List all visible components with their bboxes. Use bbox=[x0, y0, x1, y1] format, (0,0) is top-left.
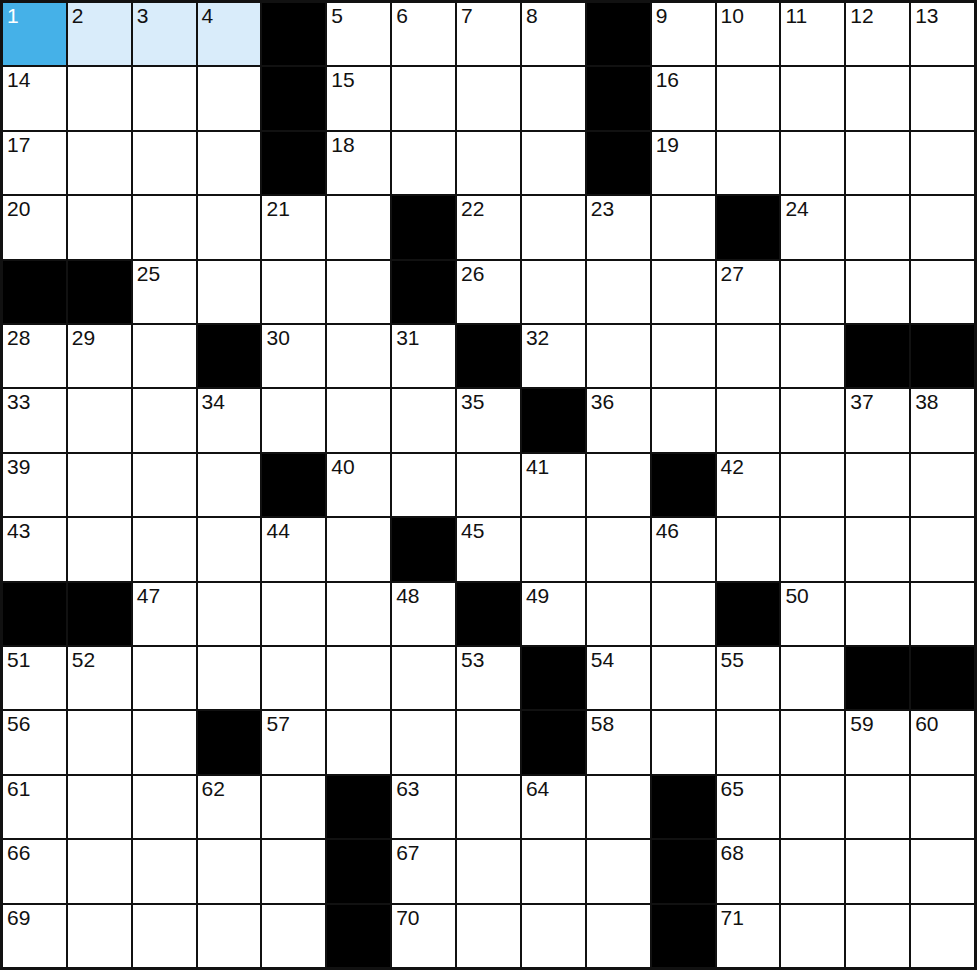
black-cell-3-5 bbox=[262, 132, 325, 194]
cell-7-5[interactable] bbox=[262, 389, 325, 451]
cell-6-10[interactable] bbox=[587, 325, 650, 387]
clue-number: 56 bbox=[7, 712, 30, 736]
cell-4-13[interactable]: 24 bbox=[781, 196, 844, 258]
cell-14-3[interactable] bbox=[133, 840, 196, 902]
cell-7-7[interactable] bbox=[392, 389, 455, 451]
cell-10-3[interactable]: 47 bbox=[133, 583, 196, 645]
black-cell-13-6 bbox=[327, 776, 390, 838]
clue-number: 70 bbox=[396, 906, 419, 930]
clue-number: 41 bbox=[526, 455, 549, 479]
cell-10-9[interactable]: 49 bbox=[522, 583, 585, 645]
cell-15-7[interactable]: 70 bbox=[392, 905, 455, 967]
black-cell-8-11 bbox=[652, 454, 715, 516]
cell-1-6[interactable]: 5 bbox=[327, 3, 390, 65]
clue-number: 16 bbox=[656, 68, 679, 92]
cell-11-13[interactable] bbox=[781, 647, 844, 709]
cell-13-5[interactable] bbox=[262, 776, 325, 838]
cell-10-5[interactable] bbox=[262, 583, 325, 645]
cell-6-7[interactable]: 31 bbox=[392, 325, 455, 387]
cell-8-12[interactable]: 42 bbox=[717, 454, 780, 516]
clue-number: 24 bbox=[785, 197, 808, 221]
cell-9-3[interactable] bbox=[133, 518, 196, 580]
cell-12-2[interactable] bbox=[68, 711, 131, 773]
cell-15-15[interactable] bbox=[911, 905, 974, 967]
cell-14-9[interactable] bbox=[522, 840, 585, 902]
clue-number: 52 bbox=[72, 648, 95, 672]
cell-12-11[interactable] bbox=[652, 711, 715, 773]
cell-15-9[interactable] bbox=[522, 905, 585, 967]
cell-4-9[interactable] bbox=[522, 196, 585, 258]
clue-number: 6 bbox=[396, 4, 408, 28]
cell-1-15[interactable]: 13 bbox=[911, 3, 974, 65]
cell-9-9[interactable] bbox=[522, 518, 585, 580]
cell-5-8[interactable]: 26 bbox=[457, 261, 520, 323]
cell-8-8[interactable] bbox=[457, 454, 520, 516]
black-cell-13-11 bbox=[652, 776, 715, 838]
cell-14-14[interactable] bbox=[846, 840, 909, 902]
cell-4-15[interactable] bbox=[911, 196, 974, 258]
cell-6-9[interactable]: 32 bbox=[522, 325, 585, 387]
cell-12-7[interactable] bbox=[392, 711, 455, 773]
cell-12-5[interactable]: 57 bbox=[262, 711, 325, 773]
cell-1-7[interactable]: 6 bbox=[392, 3, 455, 65]
clue-number: 61 bbox=[7, 777, 30, 801]
cell-1-11[interactable]: 9 bbox=[652, 3, 715, 65]
black-cell-4-7 bbox=[392, 196, 455, 258]
cell-2-3[interactable] bbox=[133, 67, 196, 129]
clue-number: 57 bbox=[266, 712, 289, 736]
cell-15-3[interactable] bbox=[133, 905, 196, 967]
cell-3-11[interactable]: 19 bbox=[652, 132, 715, 194]
clue-number: 8 bbox=[526, 4, 538, 28]
cell-11-2[interactable]: 52 bbox=[68, 647, 131, 709]
clue-number: 46 bbox=[656, 519, 679, 543]
cell-3-7[interactable] bbox=[392, 132, 455, 194]
clue-number: 48 bbox=[396, 584, 419, 608]
cell-11-3[interactable] bbox=[133, 647, 196, 709]
cell-2-2[interactable] bbox=[68, 67, 131, 129]
clue-number: 63 bbox=[396, 777, 419, 801]
cell-3-14[interactable] bbox=[846, 132, 909, 194]
clue-number: 60 bbox=[915, 712, 938, 736]
cell-12-10[interactable]: 58 bbox=[587, 711, 650, 773]
clue-number: 12 bbox=[850, 4, 873, 28]
clue-number: 53 bbox=[461, 648, 484, 672]
cell-9-14[interactable] bbox=[846, 518, 909, 580]
cell-5-15[interactable] bbox=[911, 261, 974, 323]
cell-7-8[interactable]: 35 bbox=[457, 389, 520, 451]
cell-9-15[interactable] bbox=[911, 518, 974, 580]
clue-number: 43 bbox=[7, 519, 30, 543]
cell-8-3[interactable] bbox=[133, 454, 196, 516]
clue-number: 30 bbox=[266, 326, 289, 350]
cell-13-3[interactable] bbox=[133, 776, 196, 838]
cell-5-6[interactable] bbox=[327, 261, 390, 323]
clue-number: 62 bbox=[202, 777, 225, 801]
cell-14-1[interactable]: 66 bbox=[3, 840, 66, 902]
cell-11-11[interactable] bbox=[652, 647, 715, 709]
cell-12-6[interactable] bbox=[327, 711, 390, 773]
clue-number: 28 bbox=[7, 326, 30, 350]
cell-5-10[interactable] bbox=[587, 261, 650, 323]
cell-3-12[interactable] bbox=[717, 132, 780, 194]
clue-number: 25 bbox=[137, 262, 160, 286]
cell-10-6[interactable] bbox=[327, 583, 390, 645]
cell-15-2[interactable] bbox=[68, 905, 131, 967]
black-cell-6-14 bbox=[846, 325, 909, 387]
black-cell-5-1 bbox=[3, 261, 66, 323]
black-cell-8-5 bbox=[262, 454, 325, 516]
crossword-grid: 1234567891011121314151617181920212223242… bbox=[0, 0, 977, 970]
cell-13-9[interactable]: 64 bbox=[522, 776, 585, 838]
clue-number: 23 bbox=[591, 197, 614, 221]
cell-2-12[interactable] bbox=[717, 67, 780, 129]
cell-11-6[interactable] bbox=[327, 647, 390, 709]
cell-10-11[interactable] bbox=[652, 583, 715, 645]
cell-14-8[interactable] bbox=[457, 840, 520, 902]
cell-8-2[interactable] bbox=[68, 454, 131, 516]
cell-15-14[interactable] bbox=[846, 905, 909, 967]
cell-6-6[interactable] bbox=[327, 325, 390, 387]
clue-number: 33 bbox=[7, 390, 30, 414]
black-cell-1-10 bbox=[587, 3, 650, 65]
clue-number: 21 bbox=[266, 197, 289, 221]
clue-number: 32 bbox=[526, 326, 549, 350]
clue-number: 65 bbox=[721, 777, 744, 801]
clue-number: 31 bbox=[396, 326, 419, 350]
cell-3-3[interactable] bbox=[133, 132, 196, 194]
cell-9-4[interactable] bbox=[198, 518, 261, 580]
clue-number: 42 bbox=[721, 455, 744, 479]
black-cell-7-9 bbox=[522, 389, 585, 451]
cell-9-8[interactable]: 45 bbox=[457, 518, 520, 580]
cell-5-11[interactable] bbox=[652, 261, 715, 323]
cell-14-15[interactable] bbox=[911, 840, 974, 902]
clue-number: 27 bbox=[721, 262, 744, 286]
cell-11-10[interactable]: 54 bbox=[587, 647, 650, 709]
cell-3-13[interactable] bbox=[781, 132, 844, 194]
clue-number: 58 bbox=[591, 712, 614, 736]
black-cell-15-6 bbox=[327, 905, 390, 967]
cell-1-9[interactable]: 8 bbox=[522, 3, 585, 65]
cell-6-5[interactable]: 30 bbox=[262, 325, 325, 387]
clue-number: 49 bbox=[526, 584, 549, 608]
black-cell-5-7 bbox=[392, 261, 455, 323]
cell-1-4[interactable]: 4 bbox=[198, 3, 261, 65]
cell-3-9[interactable] bbox=[522, 132, 585, 194]
clue-number: 20 bbox=[7, 197, 30, 221]
cell-9-1[interactable]: 43 bbox=[3, 518, 66, 580]
clue-number: 45 bbox=[461, 519, 484, 543]
cell-11-5[interactable] bbox=[262, 647, 325, 709]
cell-12-14[interactable]: 59 bbox=[846, 711, 909, 773]
clue-number: 17 bbox=[7, 133, 30, 157]
cell-5-4[interactable] bbox=[198, 261, 261, 323]
clue-number: 39 bbox=[7, 455, 30, 479]
black-cell-11-9 bbox=[522, 647, 585, 709]
cell-9-5[interactable]: 44 bbox=[262, 518, 325, 580]
clue-number: 29 bbox=[72, 326, 95, 350]
cell-11-1[interactable]: 51 bbox=[3, 647, 66, 709]
cell-7-15[interactable]: 38 bbox=[911, 389, 974, 451]
cell-11-12[interactable]: 55 bbox=[717, 647, 780, 709]
cell-6-2[interactable]: 29 bbox=[68, 325, 131, 387]
cell-9-12[interactable] bbox=[717, 518, 780, 580]
cell-3-4[interactable] bbox=[198, 132, 261, 194]
cell-13-4[interactable]: 62 bbox=[198, 776, 261, 838]
cell-1-2[interactable]: 2 bbox=[68, 3, 131, 65]
clue-number: 38 bbox=[915, 390, 938, 414]
black-cell-10-8 bbox=[457, 583, 520, 645]
cell-3-2[interactable] bbox=[68, 132, 131, 194]
cell-4-8[interactable]: 22 bbox=[457, 196, 520, 258]
clue-number: 50 bbox=[785, 584, 808, 608]
black-cell-5-2 bbox=[68, 261, 131, 323]
cell-4-11[interactable] bbox=[652, 196, 715, 258]
cell-1-3[interactable]: 3 bbox=[133, 3, 196, 65]
clue-number: 19 bbox=[656, 133, 679, 157]
clue-number: 10 bbox=[721, 4, 744, 28]
cell-5-3[interactable]: 25 bbox=[133, 261, 196, 323]
cell-14-12[interactable]: 68 bbox=[717, 840, 780, 902]
clue-number: 59 bbox=[850, 712, 873, 736]
cell-13-8[interactable] bbox=[457, 776, 520, 838]
cell-14-10[interactable] bbox=[587, 840, 650, 902]
cell-4-3[interactable] bbox=[133, 196, 196, 258]
clue-number: 22 bbox=[461, 197, 484, 221]
cell-15-13[interactable] bbox=[781, 905, 844, 967]
cell-2-8[interactable] bbox=[457, 67, 520, 129]
clue-number: 5 bbox=[331, 4, 343, 28]
cell-10-15[interactable] bbox=[911, 583, 974, 645]
cell-5-9[interactable] bbox=[522, 261, 585, 323]
cell-10-4[interactable] bbox=[198, 583, 261, 645]
cell-14-5[interactable] bbox=[262, 840, 325, 902]
black-cell-11-15 bbox=[911, 647, 974, 709]
cell-10-7[interactable]: 48 bbox=[392, 583, 455, 645]
clue-number: 2 bbox=[72, 4, 84, 28]
cell-7-1[interactable]: 33 bbox=[3, 389, 66, 451]
clue-number: 51 bbox=[7, 648, 30, 672]
cell-8-1[interactable]: 39 bbox=[3, 454, 66, 516]
clue-number: 37 bbox=[850, 390, 873, 414]
black-cell-2-5 bbox=[262, 67, 325, 129]
cell-3-1[interactable]: 17 bbox=[3, 132, 66, 194]
clue-number: 18 bbox=[331, 133, 354, 157]
black-cell-6-4 bbox=[198, 325, 261, 387]
cell-1-8[interactable]: 7 bbox=[457, 3, 520, 65]
cell-3-8[interactable] bbox=[457, 132, 520, 194]
clue-number: 4 bbox=[202, 4, 214, 28]
cell-15-8[interactable] bbox=[457, 905, 520, 967]
cell-2-1[interactable]: 14 bbox=[3, 67, 66, 129]
cell-4-5[interactable]: 21 bbox=[262, 196, 325, 258]
cell-14-13[interactable] bbox=[781, 840, 844, 902]
black-cell-10-12 bbox=[717, 583, 780, 645]
cell-5-13[interactable] bbox=[781, 261, 844, 323]
cell-13-14[interactable] bbox=[846, 776, 909, 838]
clue-number: 67 bbox=[396, 841, 419, 865]
cell-9-10[interactable] bbox=[587, 518, 650, 580]
cell-8-7[interactable] bbox=[392, 454, 455, 516]
cell-2-15[interactable] bbox=[911, 67, 974, 129]
cell-5-5[interactable] bbox=[262, 261, 325, 323]
clue-number: 26 bbox=[461, 262, 484, 286]
black-cell-12-9 bbox=[522, 711, 585, 773]
black-cell-2-10 bbox=[587, 67, 650, 129]
cell-12-8[interactable] bbox=[457, 711, 520, 773]
cell-2-4[interactable] bbox=[198, 67, 261, 129]
black-cell-10-1 bbox=[3, 583, 66, 645]
clue-number: 13 bbox=[915, 4, 938, 28]
cell-7-12[interactable] bbox=[717, 389, 780, 451]
clue-number: 69 bbox=[7, 906, 30, 930]
cell-12-15[interactable]: 60 bbox=[911, 711, 974, 773]
cell-3-6[interactable]: 18 bbox=[327, 132, 390, 194]
cell-12-1[interactable]: 56 bbox=[3, 711, 66, 773]
cell-2-6[interactable]: 15 bbox=[327, 67, 390, 129]
cell-7-10[interactable]: 36 bbox=[587, 389, 650, 451]
cell-2-14[interactable] bbox=[846, 67, 909, 129]
cell-4-6[interactable] bbox=[327, 196, 390, 258]
clue-number: 15 bbox=[331, 68, 354, 92]
cell-4-1[interactable]: 20 bbox=[3, 196, 66, 258]
cell-7-14[interactable]: 37 bbox=[846, 389, 909, 451]
cell-7-4[interactable]: 34 bbox=[198, 389, 261, 451]
clue-number: 64 bbox=[526, 777, 549, 801]
cell-6-1[interactable]: 28 bbox=[3, 325, 66, 387]
cell-14-2[interactable] bbox=[68, 840, 131, 902]
cell-9-11[interactable]: 46 bbox=[652, 518, 715, 580]
cell-13-13[interactable] bbox=[781, 776, 844, 838]
cell-5-12[interactable]: 27 bbox=[717, 261, 780, 323]
cell-13-2[interactable] bbox=[68, 776, 131, 838]
cell-13-12[interactable]: 65 bbox=[717, 776, 780, 838]
cell-7-2[interactable] bbox=[68, 389, 131, 451]
cell-14-4[interactable] bbox=[198, 840, 261, 902]
cell-8-14[interactable] bbox=[846, 454, 909, 516]
cell-1-13[interactable]: 11 bbox=[781, 3, 844, 65]
cell-15-4[interactable] bbox=[198, 905, 261, 967]
cell-7-11[interactable] bbox=[652, 389, 715, 451]
cell-13-1[interactable]: 61 bbox=[3, 776, 66, 838]
black-cell-4-12 bbox=[717, 196, 780, 258]
cell-6-13[interactable] bbox=[781, 325, 844, 387]
black-cell-14-11 bbox=[652, 840, 715, 902]
cell-10-10[interactable] bbox=[587, 583, 650, 645]
clue-number: 14 bbox=[7, 68, 30, 92]
clue-number: 68 bbox=[721, 841, 744, 865]
cell-3-15[interactable] bbox=[911, 132, 974, 194]
cell-15-5[interactable] bbox=[262, 905, 325, 967]
clue-number: 3 bbox=[137, 4, 149, 28]
cell-4-4[interactable] bbox=[198, 196, 261, 258]
clue-number: 1 bbox=[7, 4, 19, 28]
black-cell-14-6 bbox=[327, 840, 390, 902]
cell-15-1[interactable]: 69 bbox=[3, 905, 66, 967]
clue-number: 36 bbox=[591, 390, 614, 414]
clue-number: 11 bbox=[785, 4, 807, 28]
clue-number: 34 bbox=[202, 390, 225, 414]
clue-number: 66 bbox=[7, 841, 30, 865]
clue-number: 9 bbox=[656, 4, 668, 28]
clue-number: 71 bbox=[721, 906, 744, 930]
cell-6-12[interactable] bbox=[717, 325, 780, 387]
cell-15-10[interactable] bbox=[587, 905, 650, 967]
black-cell-15-11 bbox=[652, 905, 715, 967]
cell-6-3[interactable] bbox=[133, 325, 196, 387]
cell-8-9[interactable]: 41 bbox=[522, 454, 585, 516]
cell-5-14[interactable] bbox=[846, 261, 909, 323]
cell-13-15[interactable] bbox=[911, 776, 974, 838]
cell-11-4[interactable] bbox=[198, 647, 261, 709]
cell-10-14[interactable] bbox=[846, 583, 909, 645]
black-cell-1-5 bbox=[262, 3, 325, 65]
cell-11-7[interactable] bbox=[392, 647, 455, 709]
cell-15-12[interactable]: 71 bbox=[717, 905, 780, 967]
cell-1-12[interactable]: 10 bbox=[717, 3, 780, 65]
black-cell-3-10 bbox=[587, 132, 650, 194]
clue-number: 54 bbox=[591, 648, 614, 672]
cell-4-14[interactable] bbox=[846, 196, 909, 258]
cell-8-4[interactable] bbox=[198, 454, 261, 516]
cell-4-2[interactable] bbox=[68, 196, 131, 258]
clue-number: 7 bbox=[461, 4, 473, 28]
cell-8-13[interactable] bbox=[781, 454, 844, 516]
cell-8-15[interactable] bbox=[911, 454, 974, 516]
cell-2-9[interactable] bbox=[522, 67, 585, 129]
cell-9-13[interactable] bbox=[781, 518, 844, 580]
cell-13-7[interactable]: 63 bbox=[392, 776, 455, 838]
cell-7-13[interactable] bbox=[781, 389, 844, 451]
cell-2-11[interactable]: 16 bbox=[652, 67, 715, 129]
black-cell-11-14 bbox=[846, 647, 909, 709]
clue-number: 47 bbox=[137, 584, 160, 608]
cell-6-11[interactable] bbox=[652, 325, 715, 387]
cell-8-6[interactable]: 40 bbox=[327, 454, 390, 516]
clue-number: 44 bbox=[266, 519, 289, 543]
black-cell-12-4 bbox=[198, 711, 261, 773]
cell-9-6[interactable] bbox=[327, 518, 390, 580]
cell-1-1[interactable]: 1 bbox=[3, 3, 66, 65]
cell-2-13[interactable] bbox=[781, 67, 844, 129]
cell-1-14[interactable]: 12 bbox=[846, 3, 909, 65]
cell-12-13[interactable] bbox=[781, 711, 844, 773]
black-cell-6-8 bbox=[457, 325, 520, 387]
black-cell-9-7 bbox=[392, 518, 455, 580]
cell-7-3[interactable] bbox=[133, 389, 196, 451]
cell-12-3[interactable] bbox=[133, 711, 196, 773]
black-cell-6-15 bbox=[911, 325, 974, 387]
cell-12-12[interactable] bbox=[717, 711, 780, 773]
cell-14-7[interactable]: 67 bbox=[392, 840, 455, 902]
cell-7-6[interactable] bbox=[327, 389, 390, 451]
cell-10-13[interactable]: 50 bbox=[781, 583, 844, 645]
cell-2-7[interactable] bbox=[392, 67, 455, 129]
cell-13-10[interactable] bbox=[587, 776, 650, 838]
clue-number: 40 bbox=[331, 455, 354, 479]
cell-4-10[interactable]: 23 bbox=[587, 196, 650, 258]
clue-number: 35 bbox=[461, 390, 484, 414]
clue-number: 55 bbox=[721, 648, 744, 672]
cell-8-10[interactable] bbox=[587, 454, 650, 516]
cell-9-2[interactable] bbox=[68, 518, 131, 580]
cell-11-8[interactable]: 53 bbox=[457, 647, 520, 709]
black-cell-10-2 bbox=[68, 583, 131, 645]
